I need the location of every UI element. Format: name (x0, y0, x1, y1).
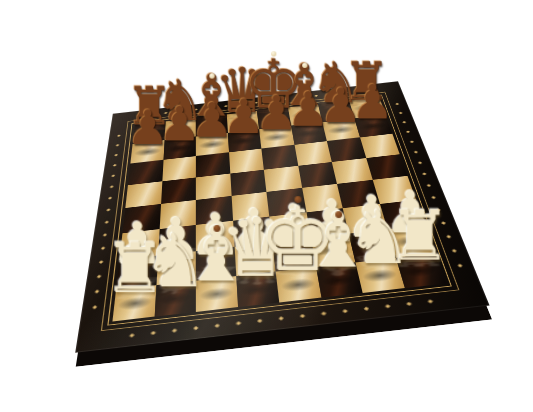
square-c7: ♟♟ (196, 133, 229, 156)
piece-reflection: ♜ (342, 90, 391, 109)
piece-reflection: ♚ (244, 96, 304, 120)
square-f6 (294, 141, 332, 165)
chess-board: ♜♜♞♞♝♝♛♛♚♚♝♝♞♞♜♜♟♟♟♟♟♟♟♟♟♟♟♟♟♟♟♟♟♟♟♟♟♟♟♟… (75, 81, 489, 353)
square-f5 (298, 162, 337, 188)
piece-reflection: ♜ (126, 114, 176, 133)
piece-reflection: ♟ (223, 124, 266, 141)
piece-reflection: ♞ (310, 92, 361, 112)
piece-black-king-e8: ♚ (244, 51, 304, 118)
piece-contact-shadow (230, 136, 258, 147)
square-a6 (128, 160, 163, 185)
square-a8: ♜♜ (133, 121, 166, 143)
square-e6 (261, 145, 297, 170)
perspective-scene: ♜♜♞♞♝♝♛♛♚♚♝♝♞♞♜♜♟♟♟♟♟♟♟♟♟♟♟♟♟♟♟♟♟♟♟♟♟♟♟♟… (0, 0, 533, 412)
piece-reflection: ♟ (350, 110, 394, 127)
square-h7: ♟♟ (354, 115, 392, 138)
piece-reflection: ♛ (215, 101, 271, 123)
gold-dots-top (139, 88, 373, 118)
piece-black-rook-h8: ♜ (343, 55, 390, 108)
piece-reflection: ♞ (156, 110, 209, 130)
square-d7: ♟♟ (227, 129, 261, 152)
square-c5 (196, 173, 231, 200)
piece-reflection: ♟ (287, 117, 330, 134)
square-g8: ♞♞ (318, 101, 354, 122)
finial-tip (335, 211, 342, 218)
square-a5 (125, 181, 162, 208)
square-h5 (366, 154, 408, 180)
square-h6 (360, 134, 400, 158)
piece-black-pawn-f7: ♟ (287, 86, 330, 133)
board-grid: ♜♜♞♞♝♝♛♛♚♚♝♝♞♞♜♜♟♟♟♟♟♟♟♟♟♟♟♟♟♟♟♟♟♟♟♟♟♟♟♟… (112, 97, 446, 321)
square-e8: ♚♚ (257, 107, 291, 129)
square-d6 (229, 149, 264, 174)
piece-reflection: ♟ (127, 135, 172, 153)
piece-black-pawn-e7: ♟ (255, 89, 298, 136)
piece-black-pawn-b7: ♟ (159, 100, 202, 147)
piece-contact-shadow (136, 128, 163, 138)
square-h8: ♜♜ (349, 97, 386, 118)
piece-reflection: ♟ (191, 128, 235, 145)
square-d8: ♛♛ (226, 111, 259, 133)
piece-black-bishop-f8: ♝ (279, 56, 331, 114)
piece-contact-shadow (198, 139, 225, 150)
piece-black-pawn-g7: ♟ (319, 82, 362, 129)
square-h1: ♜♜ (395, 253, 446, 288)
piece-black-pawn-c7: ♟ (191, 97, 234, 144)
finial-tip (213, 225, 220, 232)
piece-contact-shadow (198, 120, 224, 130)
piece-contact-shadow (322, 106, 350, 116)
piece-contact-shadow (326, 125, 355, 136)
piece-black-pawn-a7: ♟ (126, 104, 169, 151)
square-f8: ♝♝ (288, 104, 323, 126)
finial-tip (302, 63, 307, 68)
piece-contact-shadow (262, 132, 290, 143)
piece-black-bishop-c8: ♝ (185, 67, 237, 125)
piece-contact-shadow (291, 110, 319, 120)
piece-reflection: ♟ (159, 131, 204, 149)
piece-black-knight-g8: ♞ (310, 55, 361, 111)
square-b6 (162, 156, 196, 181)
piece-contact-shadow (353, 103, 382, 113)
piece-black-knight-b8: ♞ (155, 72, 206, 128)
piece-reflection: ♟ (255, 120, 297, 137)
finial-tip (271, 51, 276, 56)
piece-black-rook-a8: ♜ (126, 79, 173, 132)
piece-contact-shadow (260, 113, 287, 123)
piece-black-pawn-d7: ♟ (223, 93, 266, 140)
piece-contact-shadow (358, 121, 388, 132)
piece-black-pawn-h7: ♟ (352, 78, 395, 125)
finial-tip (294, 196, 301, 203)
piece-contact-shadow (294, 128, 323, 139)
square-b5 (161, 177, 196, 204)
square-b8: ♞♞ (164, 118, 196, 140)
piece-reflection: ♝ (279, 95, 331, 116)
piece-contact-shadow (166, 143, 193, 154)
square-f7: ♟♟ (291, 122, 327, 145)
square-c6 (196, 152, 230, 177)
piece-white-rook-h1: ♜ (389, 201, 451, 270)
piece-contact-shadow (167, 124, 193, 134)
square-c8: ♝♝ (196, 114, 228, 136)
square-a7: ♟♟ (130, 140, 164, 164)
piece-reflection: ♝ (186, 106, 240, 127)
square-g5 (332, 158, 373, 184)
finial-tip (209, 73, 214, 78)
square-b7: ♟♟ (163, 136, 196, 159)
piece-black-queen-d8: ♛ (215, 60, 270, 122)
piece-contact-shadow (134, 146, 162, 157)
piece-contact-shadow (229, 117, 256, 127)
square-g7: ♟♟ (322, 118, 359, 141)
square-g6 (327, 137, 366, 161)
square-e7: ♟♟ (259, 125, 294, 148)
piece-reflection: ♟ (319, 113, 362, 130)
product-photo-stage: ♜♜♞♞♝♝♛♛♚♚♝♝♞♞♜♜♟♟♟♟♟♟♟♟♟♟♟♟♟♟♟♟♟♟♟♟♟♟♟♟… (0, 0, 533, 412)
